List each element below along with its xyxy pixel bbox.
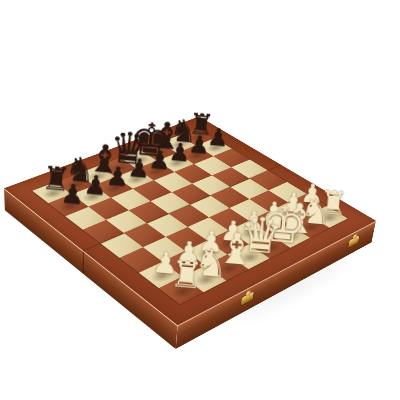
fold-seam-side	[83, 251, 85, 274]
piece-black-pawn[interactable]: ♟	[57, 180, 88, 209]
chess-set-photo: ♜♞♝♛♚♝♞♜♟♟♟♟♟♟♟♟♟♟♟♟♟♟♟♟♜♞♝♛♚♝♞♜	[0, 0, 400, 400]
scene: ♜♞♝♛♚♝♞♜♟♟♟♟♟♟♟♟♟♟♟♟♟♟♟♟♜♞♝♛♚♝♞♜	[0, 0, 400, 400]
piece-white-rook[interactable]: ♜	[169, 255, 204, 294]
folding-chess-box: ♜♞♝♛♚♝♞♜♟♟♟♟♟♟♟♟♟♟♟♟♟♟♟♟♜♞♝♛♚♝♞♜	[4, 117, 376, 326]
brass-latch-icon	[348, 235, 359, 248]
brass-latch-icon	[241, 291, 254, 305]
board-top: ♜♞♝♛♚♝♞♜♟♟♟♟♟♟♟♟♟♟♟♟♟♟♟♟♜♞♝♛♚♝♞♜	[4, 116, 376, 325]
